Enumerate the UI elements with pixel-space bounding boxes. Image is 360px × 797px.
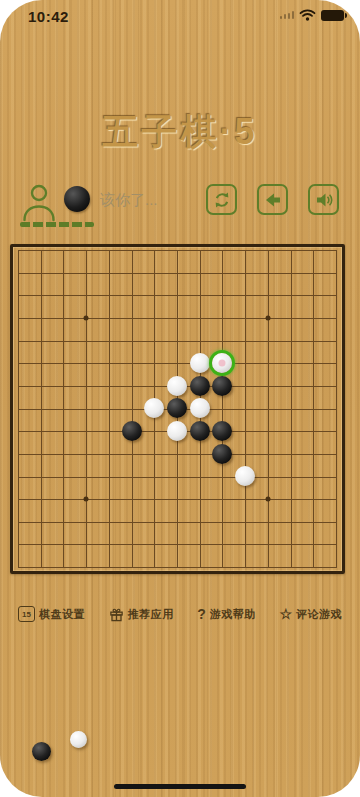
black-stone bbox=[122, 421, 142, 441]
recommended-apps-label: 推荐应用 bbox=[128, 607, 174, 622]
board-cell[interactable] bbox=[120, 556, 143, 579]
board-cell[interactable] bbox=[143, 284, 166, 307]
board-cell[interactable] bbox=[188, 284, 211, 307]
board-cell[interactable] bbox=[188, 329, 211, 352]
board-cell[interactable] bbox=[7, 329, 30, 352]
board-cell[interactable] bbox=[143, 329, 166, 352]
board-cell[interactable] bbox=[143, 533, 166, 556]
black-stone bbox=[167, 398, 187, 418]
black-stone bbox=[190, 376, 210, 396]
board-cell[interactable] bbox=[7, 397, 30, 420]
page-title: 五子棋·5 bbox=[0, 108, 360, 157]
board-cell[interactable] bbox=[234, 239, 257, 262]
speaker-icon bbox=[314, 190, 334, 210]
board-cell[interactable] bbox=[75, 397, 98, 420]
board-cell[interactable] bbox=[52, 556, 75, 579]
board-cell[interactable] bbox=[97, 442, 120, 465]
black-stone bbox=[190, 421, 210, 441]
board-cell[interactable] bbox=[75, 465, 98, 488]
star-point bbox=[265, 497, 270, 502]
board-cell[interactable] bbox=[256, 556, 279, 579]
board-cell[interactable] bbox=[302, 261, 325, 284]
decorative-white-stone bbox=[70, 731, 87, 748]
board-cell[interactable] bbox=[52, 284, 75, 307]
board-cell[interactable] bbox=[324, 352, 347, 375]
white-stone bbox=[167, 376, 187, 396]
person-icon bbox=[20, 182, 58, 222]
board-cell[interactable] bbox=[143, 510, 166, 533]
board-cell[interactable] bbox=[211, 556, 234, 579]
board-cell[interactable] bbox=[52, 510, 75, 533]
board-cell[interactable] bbox=[324, 488, 347, 511]
board-cell[interactable] bbox=[143, 465, 166, 488]
board-cell[interactable] bbox=[97, 488, 120, 511]
board-cell[interactable] bbox=[120, 442, 143, 465]
white-stone bbox=[144, 398, 164, 418]
board-cell[interactable] bbox=[166, 556, 189, 579]
board-cell[interactable] bbox=[279, 465, 302, 488]
board-cell[interactable] bbox=[166, 510, 189, 533]
board-cell[interactable] bbox=[211, 375, 234, 398]
board-cell[interactable] bbox=[52, 442, 75, 465]
board-cell[interactable] bbox=[75, 556, 98, 579]
board-cell[interactable] bbox=[52, 397, 75, 420]
board-cell[interactable] bbox=[97, 261, 120, 284]
board-cell[interactable] bbox=[75, 307, 98, 330]
board-cell[interactable] bbox=[188, 307, 211, 330]
board-cell[interactable] bbox=[7, 556, 30, 579]
undo-button[interactable] bbox=[257, 184, 288, 215]
board-cell[interactable] bbox=[256, 352, 279, 375]
board-cell[interactable] bbox=[97, 239, 120, 262]
turn-timer-dashes bbox=[20, 222, 94, 227]
board-cell[interactable] bbox=[256, 239, 279, 262]
board-cell[interactable] bbox=[211, 261, 234, 284]
battery-icon bbox=[321, 10, 344, 21]
board-cell[interactable] bbox=[75, 442, 98, 465]
board-cell[interactable] bbox=[211, 284, 234, 307]
board-cell[interactable] bbox=[7, 239, 30, 262]
board-cell[interactable] bbox=[166, 375, 189, 398]
board-cell[interactable] bbox=[166, 329, 189, 352]
board-cell[interactable] bbox=[279, 533, 302, 556]
board-cell[interactable] bbox=[143, 261, 166, 284]
white-stone bbox=[212, 353, 232, 373]
board-cell[interactable] bbox=[302, 375, 325, 398]
board-cell[interactable] bbox=[29, 510, 52, 533]
star-point bbox=[265, 315, 270, 320]
board-cell[interactable] bbox=[97, 284, 120, 307]
board-cell[interactable] bbox=[211, 420, 234, 443]
board-cell[interactable] bbox=[75, 420, 98, 443]
star-point bbox=[84, 497, 89, 502]
board-cell[interactable] bbox=[188, 510, 211, 533]
board-cell[interactable] bbox=[302, 307, 325, 330]
black-stone bbox=[212, 421, 232, 441]
board-cell[interactable] bbox=[120, 239, 143, 262]
board-cell[interactable] bbox=[29, 352, 52, 375]
board-cell[interactable] bbox=[188, 375, 211, 398]
black-stone bbox=[212, 444, 232, 464]
board-cell[interactable] bbox=[188, 465, 211, 488]
board-cell[interactable] bbox=[120, 397, 143, 420]
board-cell[interactable] bbox=[97, 307, 120, 330]
board-cell[interactable] bbox=[279, 352, 302, 375]
board-cell[interactable] bbox=[324, 556, 347, 579]
board-settings-button[interactable]: 15 棋盘设置 bbox=[16, 604, 87, 624]
board-cell[interactable] bbox=[7, 442, 30, 465]
board-cell[interactable] bbox=[143, 307, 166, 330]
board-cell[interactable] bbox=[166, 442, 189, 465]
board-cell[interactable] bbox=[75, 352, 98, 375]
board-cell[interactable] bbox=[52, 533, 75, 556]
board-cell[interactable] bbox=[302, 533, 325, 556]
board-cell[interactable] bbox=[120, 375, 143, 398]
board-cell[interactable] bbox=[256, 307, 279, 330]
board-cell[interactable] bbox=[234, 284, 257, 307]
board-cell[interactable] bbox=[29, 533, 52, 556]
board-cell[interactable] bbox=[143, 488, 166, 511]
board-cell[interactable] bbox=[7, 261, 30, 284]
board-cell[interactable] bbox=[7, 284, 30, 307]
board-cell[interactable] bbox=[279, 284, 302, 307]
board-cell[interactable] bbox=[143, 556, 166, 579]
white-stone bbox=[190, 353, 210, 373]
board-cell[interactable] bbox=[166, 284, 189, 307]
turn-status-text: 该你了... bbox=[100, 191, 158, 210]
restart-icon bbox=[212, 190, 232, 210]
board-cell[interactable] bbox=[234, 397, 257, 420]
board-cell[interactable] bbox=[302, 488, 325, 511]
board-cell[interactable] bbox=[302, 397, 325, 420]
board-cell[interactable] bbox=[324, 465, 347, 488]
board-cell[interactable] bbox=[279, 261, 302, 284]
board-cell[interactable] bbox=[234, 442, 257, 465]
board-cell[interactable] bbox=[211, 465, 234, 488]
white-stone bbox=[235, 466, 255, 486]
board-cell[interactable] bbox=[29, 284, 52, 307]
board-cell[interactable] bbox=[120, 307, 143, 330]
board-cell[interactable] bbox=[234, 488, 257, 511]
board-cell[interactable] bbox=[29, 556, 52, 579]
board-cell[interactable] bbox=[166, 352, 189, 375]
player-stone-black bbox=[64, 186, 90, 212]
board-cell[interactable] bbox=[234, 510, 257, 533]
board-cell[interactable] bbox=[302, 465, 325, 488]
board-cell[interactable] bbox=[97, 465, 120, 488]
question-icon: ? bbox=[197, 607, 206, 621]
board-cell[interactable] bbox=[166, 488, 189, 511]
game-help-button[interactable]: ? 游戏帮助 bbox=[195, 605, 258, 624]
status-time: 10:42 bbox=[28, 8, 69, 25]
bottom-toolbar: 15 棋盘设置 推荐应用 ? 游戏帮助 ☆ 评论游戏 bbox=[0, 604, 360, 624]
board-cell[interactable] bbox=[29, 488, 52, 511]
board-cell[interactable] bbox=[234, 352, 257, 375]
board-settings-label: 棋盘设置 bbox=[39, 607, 85, 622]
board-cell[interactable] bbox=[97, 397, 120, 420]
board-cell[interactable] bbox=[52, 307, 75, 330]
recommended-apps-button[interactable]: 推荐应用 bbox=[107, 605, 176, 624]
board-cell[interactable] bbox=[120, 420, 143, 443]
board-cell[interactable] bbox=[75, 375, 98, 398]
board-cell[interactable] bbox=[52, 465, 75, 488]
board-cell[interactable] bbox=[279, 397, 302, 420]
board-cell[interactable] bbox=[29, 239, 52, 262]
board-cell[interactable] bbox=[188, 352, 211, 375]
board-cell[interactable] bbox=[97, 352, 120, 375]
board-cell[interactable] bbox=[211, 442, 234, 465]
board-cell[interactable] bbox=[29, 465, 52, 488]
board-cell[interactable] bbox=[188, 261, 211, 284]
board-cell[interactable] bbox=[324, 397, 347, 420]
board-cell[interactable] bbox=[166, 239, 189, 262]
undo-arrow-icon bbox=[263, 190, 283, 210]
board-cell[interactable] bbox=[166, 420, 189, 443]
board-cell[interactable] bbox=[188, 397, 211, 420]
board-cell[interactable] bbox=[211, 307, 234, 330]
board-cell[interactable] bbox=[188, 442, 211, 465]
board-cell[interactable] bbox=[143, 397, 166, 420]
board-cell[interactable] bbox=[120, 284, 143, 307]
board-cell[interactable] bbox=[302, 556, 325, 579]
game-help-label: 游戏帮助 bbox=[210, 607, 256, 622]
board-cell[interactable] bbox=[234, 420, 257, 443]
board-cell[interactable] bbox=[188, 533, 211, 556]
board-cell[interactable] bbox=[324, 307, 347, 330]
status-icons bbox=[280, 9, 345, 21]
board-cell[interactable] bbox=[143, 442, 166, 465]
board-cell[interactable] bbox=[324, 510, 347, 533]
board-cell[interactable] bbox=[234, 556, 257, 579]
board-cell[interactable] bbox=[52, 352, 75, 375]
wifi-icon bbox=[299, 9, 316, 21]
board-cell[interactable] bbox=[302, 284, 325, 307]
board-cell[interactable] bbox=[279, 375, 302, 398]
board-cell[interactable] bbox=[324, 239, 347, 262]
board-cell[interactable] bbox=[29, 375, 52, 398]
board-cell[interactable] bbox=[120, 488, 143, 511]
board-cell[interactable] bbox=[29, 329, 52, 352]
board-cell[interactable] bbox=[7, 510, 30, 533]
board-cell[interactable] bbox=[143, 352, 166, 375]
star-point bbox=[84, 315, 89, 320]
board-cell[interactable] bbox=[7, 465, 30, 488]
board-cell[interactable] bbox=[188, 239, 211, 262]
board-cell[interactable] bbox=[324, 329, 347, 352]
board-cell[interactable] bbox=[75, 329, 98, 352]
board-cell[interactable] bbox=[211, 352, 234, 375]
board-cell[interactable] bbox=[279, 442, 302, 465]
board-cell[interactable] bbox=[120, 533, 143, 556]
board-cell[interactable] bbox=[166, 397, 189, 420]
star-icon: ☆ bbox=[279, 607, 292, 621]
board-cell[interactable] bbox=[97, 533, 120, 556]
board-cell[interactable] bbox=[324, 375, 347, 398]
board-cell[interactable] bbox=[302, 239, 325, 262]
board-cell[interactable] bbox=[97, 556, 120, 579]
board-cell[interactable] bbox=[324, 261, 347, 284]
board-cell[interactable] bbox=[97, 329, 120, 352]
board-cell[interactable] bbox=[302, 510, 325, 533]
board-cell[interactable] bbox=[97, 420, 120, 443]
board-cell[interactable] bbox=[29, 261, 52, 284]
board-cell[interactable] bbox=[120, 465, 143, 488]
rate-game-button[interactable]: ☆ 评论游戏 bbox=[277, 605, 344, 624]
board-cell[interactable] bbox=[166, 261, 189, 284]
board-cell[interactable] bbox=[143, 420, 166, 443]
board-cell[interactable] bbox=[75, 510, 98, 533]
board-cells bbox=[7, 239, 348, 579]
board-cell[interactable] bbox=[7, 533, 30, 556]
board-cell[interactable] bbox=[7, 307, 30, 330]
board-cell[interactable] bbox=[234, 465, 257, 488]
board-cell[interactable] bbox=[211, 239, 234, 262]
board-cell[interactable] bbox=[75, 239, 98, 262]
board-cell[interactable] bbox=[188, 488, 211, 511]
board-cell[interactable] bbox=[256, 375, 279, 398]
board-cell[interactable] bbox=[211, 533, 234, 556]
status-bar: 10:42 bbox=[0, 0, 360, 32]
board-cell[interactable] bbox=[188, 556, 211, 579]
board-cell[interactable] bbox=[143, 375, 166, 398]
board-cell[interactable] bbox=[324, 420, 347, 443]
board-cell[interactable] bbox=[279, 329, 302, 352]
sound-button[interactable] bbox=[308, 184, 339, 215]
gift-icon bbox=[109, 607, 124, 622]
board-cell[interactable] bbox=[279, 239, 302, 262]
board-cell[interactable] bbox=[256, 420, 279, 443]
board-cell[interactable] bbox=[52, 239, 75, 262]
cellular-signal-icon bbox=[280, 11, 295, 19]
board-cell[interactable] bbox=[256, 397, 279, 420]
board-cell[interactable] bbox=[29, 397, 52, 420]
board-cell[interactable] bbox=[256, 329, 279, 352]
board-cell[interactable] bbox=[256, 284, 279, 307]
board-cell[interactable] bbox=[302, 420, 325, 443]
board-cell[interactable] bbox=[120, 510, 143, 533]
board-cell[interactable] bbox=[211, 329, 234, 352]
board-cell[interactable] bbox=[120, 352, 143, 375]
gomoku-board bbox=[10, 244, 345, 574]
board-cell[interactable] bbox=[75, 261, 98, 284]
board-cell[interactable] bbox=[211, 397, 234, 420]
board-cell[interactable] bbox=[7, 488, 30, 511]
board-cell[interactable] bbox=[7, 420, 30, 443]
board-cell[interactable] bbox=[302, 329, 325, 352]
board-cell[interactable] bbox=[29, 442, 52, 465]
board-cell[interactable] bbox=[166, 465, 189, 488]
board-cell[interactable] bbox=[256, 533, 279, 556]
board-cell[interactable] bbox=[279, 307, 302, 330]
board-size-icon: 15 bbox=[18, 606, 35, 622]
board-cell[interactable] bbox=[166, 307, 189, 330]
white-stone bbox=[190, 398, 210, 418]
black-stone bbox=[212, 376, 232, 396]
board-cell[interactable] bbox=[188, 420, 211, 443]
board-cell[interactable] bbox=[256, 261, 279, 284]
board-cell[interactable] bbox=[52, 375, 75, 398]
board-cell[interactable] bbox=[302, 352, 325, 375]
board-cell[interactable] bbox=[324, 442, 347, 465]
board-cell[interactable] bbox=[279, 510, 302, 533]
board-cell[interactable] bbox=[29, 307, 52, 330]
decorative-black-stone bbox=[32, 742, 51, 761]
board-cell[interactable] bbox=[97, 510, 120, 533]
board-cell[interactable] bbox=[279, 488, 302, 511]
board-cell[interactable] bbox=[302, 442, 325, 465]
board-cell[interactable] bbox=[143, 239, 166, 262]
board-cell[interactable] bbox=[120, 329, 143, 352]
board-cell[interactable] bbox=[97, 375, 120, 398]
board-cell[interactable] bbox=[234, 307, 257, 330]
board-cell[interactable] bbox=[256, 510, 279, 533]
board-cell[interactable] bbox=[52, 420, 75, 443]
board-cell[interactable] bbox=[166, 533, 189, 556]
board-cell[interactable] bbox=[324, 533, 347, 556]
board-cell[interactable] bbox=[279, 420, 302, 443]
board-cell[interactable] bbox=[52, 261, 75, 284]
board-cell[interactable] bbox=[52, 329, 75, 352]
board-cell[interactable] bbox=[120, 261, 143, 284]
board-cell[interactable] bbox=[234, 329, 257, 352]
restart-button[interactable] bbox=[206, 184, 237, 215]
board-cell[interactable] bbox=[256, 465, 279, 488]
app-screen: 10:42 五子棋·5 该你了... bbox=[0, 0, 360, 797]
board-cell[interactable] bbox=[211, 488, 234, 511]
board-cell[interactable] bbox=[234, 261, 257, 284]
board-cell[interactable] bbox=[256, 442, 279, 465]
board-cell[interactable] bbox=[29, 420, 52, 443]
board-cell[interactable] bbox=[279, 556, 302, 579]
home-indicator[interactable] bbox=[114, 784, 246, 789]
white-stone bbox=[167, 421, 187, 441]
board-cell[interactable] bbox=[75, 284, 98, 307]
board-cell[interactable] bbox=[211, 510, 234, 533]
board-cell[interactable] bbox=[234, 375, 257, 398]
board-cell[interactable] bbox=[75, 533, 98, 556]
board-cell[interactable] bbox=[256, 488, 279, 511]
board-cell[interactable] bbox=[75, 488, 98, 511]
board-cell[interactable] bbox=[234, 533, 257, 556]
board-cell[interactable] bbox=[52, 488, 75, 511]
board-cell[interactable] bbox=[324, 284, 347, 307]
rate-game-label: 评论游戏 bbox=[296, 607, 342, 622]
board-cell[interactable] bbox=[7, 375, 30, 398]
control-buttons bbox=[206, 184, 339, 215]
board-cell[interactable] bbox=[7, 352, 30, 375]
